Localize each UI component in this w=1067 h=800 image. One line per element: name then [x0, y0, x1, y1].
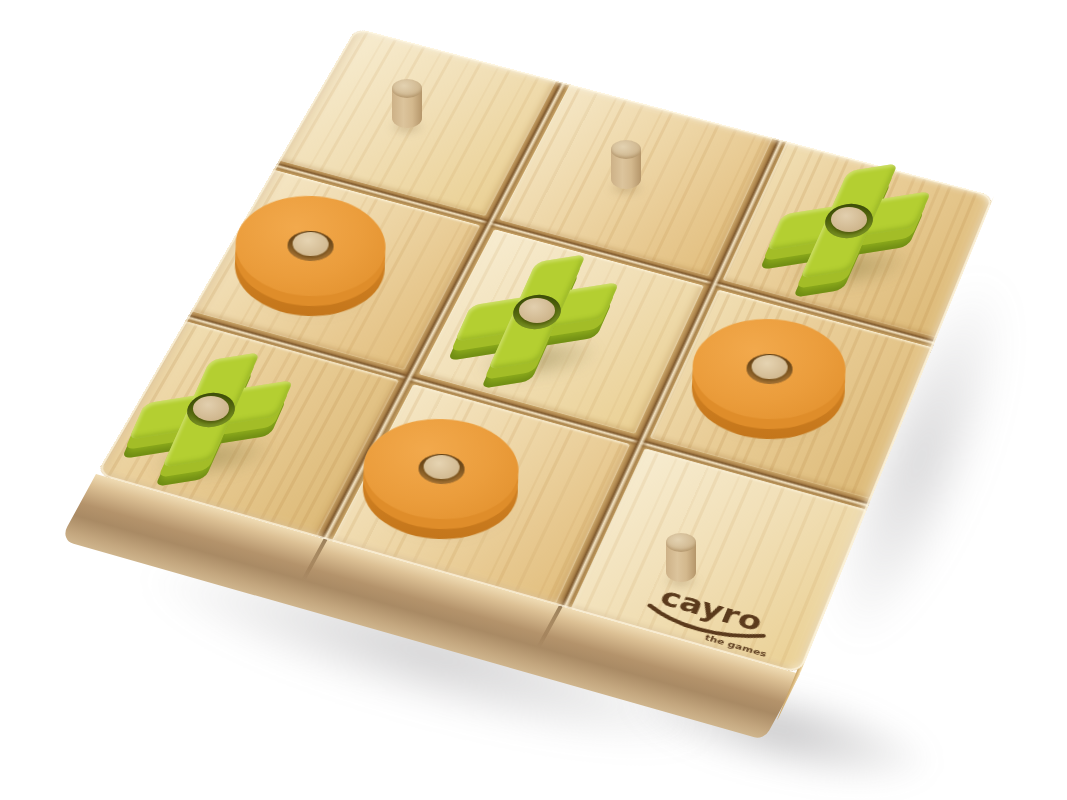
peg-cap	[519, 298, 555, 323]
piece-o-r2c1[interactable]	[361, 416, 521, 553]
groove-notch	[537, 606, 563, 648]
peg-r0c0[interactable]	[392, 79, 422, 135]
piece-x-r1c1[interactable]	[466, 241, 608, 383]
peg-r0c1[interactable]	[611, 140, 641, 196]
product-scene: cayro the games	[0, 0, 1067, 800]
peg-cap	[611, 140, 641, 159]
groove-notch	[301, 539, 327, 581]
piece-o-r1c0[interactable]	[233, 193, 388, 330]
peg-r2c2[interactable]	[666, 533, 696, 589]
peg-cap	[392, 79, 422, 98]
piece-o-r1c2[interactable]	[690, 316, 848, 453]
piece-x-r0c2[interactable]	[778, 150, 920, 292]
peg-cap	[831, 207, 867, 232]
peg-cap	[666, 533, 696, 552]
peg-cap	[193, 396, 229, 421]
piece-x-r2c0[interactable]	[140, 339, 282, 481]
